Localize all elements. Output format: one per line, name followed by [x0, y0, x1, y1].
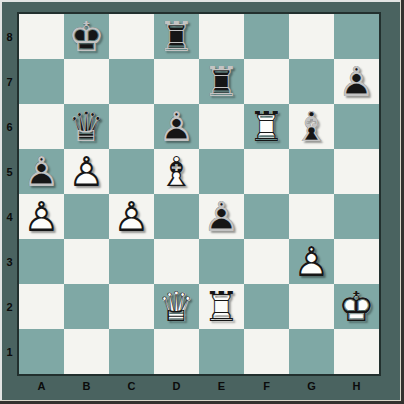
square-a3[interactable]	[19, 239, 64, 284]
rank-label-6: 6	[6, 121, 12, 133]
square-c5[interactable]	[109, 149, 154, 194]
piece-white-pawn: ♟♙	[289, 239, 334, 284]
piece-black-pawn: ♟♙	[334, 59, 379, 104]
square-c1[interactable]	[109, 329, 154, 374]
square-c6[interactable]	[109, 104, 154, 149]
square-f4[interactable]	[244, 194, 289, 239]
square-h7[interactable]: ♟♙	[334, 59, 379, 104]
square-b7[interactable]	[64, 59, 109, 104]
piece-glyph-fill: ♟	[19, 149, 64, 194]
piece-glyph-outline: ♗	[289, 104, 334, 149]
square-f1[interactable]	[244, 329, 289, 374]
square-g6[interactable]: ♝♗	[289, 104, 334, 149]
square-f3[interactable]	[244, 239, 289, 284]
square-e7[interactable]: ♜♖	[199, 59, 244, 104]
photo-shadow-border: 87654321 ♚♔♜♖♜♖♟♙♛♕♟♙♜♖♝♗♟♙♟♙♝♗♟♙♟♙♟♙♟♙♛…	[0, 0, 404, 404]
piece-glyph-fill: ♟	[64, 149, 109, 194]
piece-glyph-outline: ♙	[199, 194, 244, 239]
square-g1[interactable]	[289, 329, 334, 374]
piece-glyph-outline: ♖	[154, 14, 199, 59]
file-label-a: A	[38, 380, 46, 392]
square-f8[interactable]	[244, 14, 289, 59]
rank-label-8: 8	[6, 31, 12, 43]
piece-black-bishop: ♝♗	[289, 104, 334, 149]
square-a6[interactable]	[19, 104, 64, 149]
piece-glyph-fill: ♛	[154, 284, 199, 329]
rank-label-3: 3	[6, 256, 12, 268]
rank-labels: 87654321	[2, 12, 17, 376]
square-g7[interactable]	[289, 59, 334, 104]
square-f2[interactable]	[244, 284, 289, 329]
square-d1[interactable]	[154, 329, 199, 374]
square-a7[interactable]	[19, 59, 64, 104]
square-f7[interactable]	[244, 59, 289, 104]
piece-glyph-outline: ♗	[154, 149, 199, 194]
file-label-b: B	[83, 380, 91, 392]
square-c7[interactable]	[109, 59, 154, 104]
square-f5[interactable]	[244, 149, 289, 194]
file-label-c: C	[128, 380, 136, 392]
square-d3[interactable]	[154, 239, 199, 284]
file-label-f: F	[263, 380, 270, 392]
file-label-h: H	[353, 380, 361, 392]
square-c4[interactable]: ♟♙	[109, 194, 154, 239]
square-d4[interactable]	[154, 194, 199, 239]
square-a8[interactable]	[19, 14, 64, 59]
square-f6[interactable]: ♜♖	[244, 104, 289, 149]
square-e2[interactable]: ♜♖	[199, 284, 244, 329]
piece-white-queen: ♛♕	[154, 284, 199, 329]
square-b1[interactable]	[64, 329, 109, 374]
piece-glyph-fill: ♝	[154, 149, 199, 194]
square-d2[interactable]: ♛♕	[154, 284, 199, 329]
piece-white-king: ♚♔	[334, 284, 379, 329]
square-a4[interactable]: ♟♙	[19, 194, 64, 239]
square-h8[interactable]	[334, 14, 379, 59]
piece-glyph-fill: ♛	[64, 104, 109, 149]
chess-board: ♚♔♜♖♜♖♟♙♛♕♟♙♜♖♝♗♟♙♟♙♝♗♟♙♟♙♟♙♟♙♛♕♜♖♚♔	[17, 12, 381, 376]
square-d5[interactable]: ♝♗	[154, 149, 199, 194]
file-label-e: E	[218, 380, 225, 392]
square-d7[interactable]	[154, 59, 199, 104]
square-b6[interactable]: ♛♕	[64, 104, 109, 149]
square-e8[interactable]	[199, 14, 244, 59]
piece-glyph-outline: ♖	[244, 104, 289, 149]
piece-glyph-fill: ♚	[64, 14, 109, 59]
piece-glyph-fill: ♟	[199, 194, 244, 239]
piece-white-pawn: ♟♙	[109, 194, 154, 239]
piece-glyph-fill: ♟	[154, 104, 199, 149]
piece-glyph-outline: ♖	[199, 284, 244, 329]
piece-glyph-fill: ♟	[109, 194, 154, 239]
square-g3[interactable]: ♟♙	[289, 239, 334, 284]
piece-glyph-outline: ♕	[64, 104, 109, 149]
rank-label-2: 2	[6, 301, 12, 313]
piece-white-pawn: ♟♙	[64, 149, 109, 194]
piece-glyph-outline: ♙	[109, 194, 154, 239]
piece-glyph-fill: ♜	[199, 59, 244, 104]
piece-white-rook: ♜♖	[244, 104, 289, 149]
piece-white-bishop: ♝♗	[154, 149, 199, 194]
square-e5[interactable]	[199, 149, 244, 194]
piece-glyph-fill: ♝	[289, 104, 334, 149]
rank-label-4: 4	[6, 211, 12, 223]
square-c3[interactable]	[109, 239, 154, 284]
piece-glyph-fill: ♜	[154, 14, 199, 59]
piece-glyph-outline: ♙	[334, 59, 379, 104]
file-labels: ABCDEFGH	[17, 376, 381, 396]
square-g4[interactable]	[289, 194, 334, 239]
piece-glyph-outline: ♙	[154, 104, 199, 149]
piece-glyph-outline: ♙	[19, 149, 64, 194]
square-g5[interactable]	[289, 149, 334, 194]
square-e1[interactable]	[199, 329, 244, 374]
rank-label-1: 1	[6, 346, 12, 358]
piece-white-pawn: ♟♙	[19, 194, 64, 239]
piece-glyph-outline: ♔	[334, 284, 379, 329]
square-h2[interactable]: ♚♔	[334, 284, 379, 329]
piece-glyph-fill: ♟	[334, 59, 379, 104]
square-b3[interactable]	[64, 239, 109, 284]
square-d8[interactable]: ♜♖	[154, 14, 199, 59]
piece-glyph-fill: ♜	[244, 104, 289, 149]
piece-glyph-fill: ♟	[289, 239, 334, 284]
board-frame: 87654321 ♚♔♜♖♜♖♟♙♛♕♟♙♜♖♝♗♟♙♟♙♝♗♟♙♟♙♟♙♟♙♛…	[0, 0, 400, 400]
piece-black-pawn: ♟♙	[19, 149, 64, 194]
piece-glyph-outline: ♕	[154, 284, 199, 329]
square-e3[interactable]	[199, 239, 244, 284]
square-h1[interactable]	[334, 329, 379, 374]
piece-black-pawn: ♟♙	[199, 194, 244, 239]
file-label-d: D	[173, 380, 181, 392]
square-c2[interactable]	[109, 284, 154, 329]
square-b2[interactable]	[64, 284, 109, 329]
piece-black-rook: ♜♖	[154, 14, 199, 59]
square-a5[interactable]: ♟♙	[19, 149, 64, 194]
piece-glyph-fill: ♚	[334, 284, 379, 329]
piece-black-rook: ♜♖	[199, 59, 244, 104]
square-h6[interactable]	[334, 104, 379, 149]
square-b5[interactable]: ♟♙	[64, 149, 109, 194]
square-a1[interactable]	[19, 329, 64, 374]
square-g2[interactable]	[289, 284, 334, 329]
piece-glyph-outline: ♙	[64, 149, 109, 194]
piece-glyph-outline: ♖	[199, 59, 244, 104]
square-b4[interactable]	[64, 194, 109, 239]
square-h3[interactable]	[334, 239, 379, 284]
piece-glyph-outline: ♔	[64, 14, 109, 59]
photo-inner-border: 87654321 ♚♔♜♖♜♖♟♙♛♕♟♙♜♖♝♗♟♙♟♙♝♗♟♙♟♙♟♙♟♙♛…	[0, 0, 401, 401]
piece-white-rook: ♜♖	[199, 284, 244, 329]
file-label-g: G	[307, 380, 316, 392]
square-b8[interactable]: ♚♔	[64, 14, 109, 59]
piece-glyph-fill: ♟	[19, 194, 64, 239]
piece-black-pawn: ♟♙	[154, 104, 199, 149]
rank-label-7: 7	[6, 76, 12, 88]
square-d6[interactable]: ♟♙	[154, 104, 199, 149]
square-e4[interactable]: ♟♙	[199, 194, 244, 239]
rank-label-5: 5	[6, 166, 12, 178]
square-e6[interactable]	[199, 104, 244, 149]
piece-black-king: ♚♔	[64, 14, 109, 59]
piece-black-queen: ♛♕	[64, 104, 109, 149]
square-h4[interactable]	[334, 194, 379, 239]
square-h5[interactable]	[334, 149, 379, 194]
piece-glyph-fill: ♜	[199, 284, 244, 329]
square-a2[interactable]	[19, 284, 64, 329]
piece-glyph-outline: ♙	[289, 239, 334, 284]
square-g8[interactable]	[289, 14, 334, 59]
piece-glyph-outline: ♙	[19, 194, 64, 239]
square-c8[interactable]	[109, 14, 154, 59]
